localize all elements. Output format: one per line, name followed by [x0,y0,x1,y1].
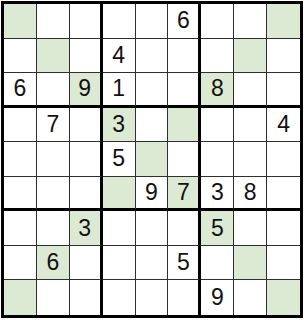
cell-r9c7[interactable]: 9 [201,280,234,315]
cell-r4c4[interactable]: 3 [103,108,136,143]
cell-r8c9[interactable] [267,246,300,281]
cell-r9c8[interactable] [234,280,267,315]
cell-r7c4[interactable] [103,211,136,246]
cell-r5c3[interactable] [70,142,103,177]
cell-r6c7[interactable]: 3 [201,177,234,212]
cell-r3c6[interactable] [168,73,201,108]
cell-r3c9[interactable] [267,73,300,108]
cell-r4c9[interactable]: 4 [267,108,300,143]
cell-r5c7[interactable] [201,142,234,177]
cell-r4c7[interactable] [201,108,234,143]
cell-r3c5[interactable] [136,73,169,108]
cell-r9c3[interactable] [70,280,103,315]
cell-r2c6[interactable] [168,39,201,74]
cell-r6c9[interactable] [267,177,300,212]
cell-r2c2[interactable] [37,39,70,74]
cell-r3c2[interactable] [37,73,70,108]
cell-r8c3[interactable] [70,246,103,281]
cell-r4c3[interactable] [70,108,103,143]
cell-r1c8[interactable] [234,4,267,39]
cell-r8c8[interactable] [234,246,267,281]
cell-r1c7[interactable] [201,4,234,39]
cell-r2c3[interactable] [70,39,103,74]
cell-r5c8[interactable] [234,142,267,177]
cell-r1c5[interactable] [136,4,169,39]
cell-r5c4[interactable]: 5 [103,142,136,177]
cell-r1c2[interactable] [37,4,70,39]
cell-r7c7[interactable]: 5 [201,211,234,246]
cell-r3c3[interactable]: 9 [70,73,103,108]
cell-r8c4[interactable] [103,246,136,281]
cell-r2c5[interactable] [136,39,169,74]
cell-r7c6[interactable] [168,211,201,246]
cell-r9c1[interactable] [4,280,37,315]
cell-r1c3[interactable] [70,4,103,39]
sudoku-board: 6469187345973835659 [1,1,303,318]
cell-r9c6[interactable] [168,280,201,315]
cell-r6c6[interactable]: 7 [168,177,201,212]
cell-r2c1[interactable] [4,39,37,74]
cell-r5c9[interactable] [267,142,300,177]
cell-r7c5[interactable] [136,211,169,246]
cell-r6c3[interactable] [70,177,103,212]
cell-r9c2[interactable] [37,280,70,315]
cell-r4c2[interactable]: 7 [37,108,70,143]
cell-r6c1[interactable] [4,177,37,212]
cell-r6c4[interactable] [103,177,136,212]
cell-r9c5[interactable] [136,280,169,315]
cell-r7c1[interactable] [4,211,37,246]
cell-r9c4[interactable] [103,280,136,315]
cell-r8c6[interactable]: 5 [168,246,201,281]
cell-r3c4[interactable]: 1 [103,73,136,108]
cell-r4c1[interactable] [4,108,37,143]
cell-r5c1[interactable] [4,142,37,177]
cell-r1c4[interactable] [103,4,136,39]
cell-r9c9[interactable] [267,280,300,315]
cell-r1c6[interactable]: 6 [168,4,201,39]
cell-r2c4[interactable]: 4 [103,39,136,74]
cell-r6c2[interactable] [37,177,70,212]
cell-r2c8[interactable] [234,39,267,74]
cell-r7c3[interactable]: 3 [70,211,103,246]
cell-r8c2[interactable]: 6 [37,246,70,281]
cell-r5c2[interactable] [37,142,70,177]
cell-r3c1[interactable]: 6 [4,73,37,108]
cell-r7c2[interactable] [37,211,70,246]
cell-r6c5[interactable]: 9 [136,177,169,212]
cell-r4c6[interactable] [168,108,201,143]
cell-r5c5[interactable] [136,142,169,177]
cell-r1c1[interactable] [4,4,37,39]
cell-r8c7[interactable] [201,246,234,281]
cell-r3c8[interactable] [234,73,267,108]
cell-r8c5[interactable] [136,246,169,281]
cell-r2c7[interactable] [201,39,234,74]
cell-r2c9[interactable] [267,39,300,74]
cell-r1c9[interactable] [267,4,300,39]
cell-r3c7[interactable]: 8 [201,73,234,108]
cell-r7c9[interactable] [267,211,300,246]
cell-r6c8[interactable]: 8 [234,177,267,212]
cell-r5c6[interactable] [168,142,201,177]
cell-r8c1[interactable] [4,246,37,281]
sudoku-app: 6469187345973835659 [0,0,304,320]
cell-r7c8[interactable] [234,211,267,246]
cell-r4c5[interactable] [136,108,169,143]
cell-r4c8[interactable] [234,108,267,143]
